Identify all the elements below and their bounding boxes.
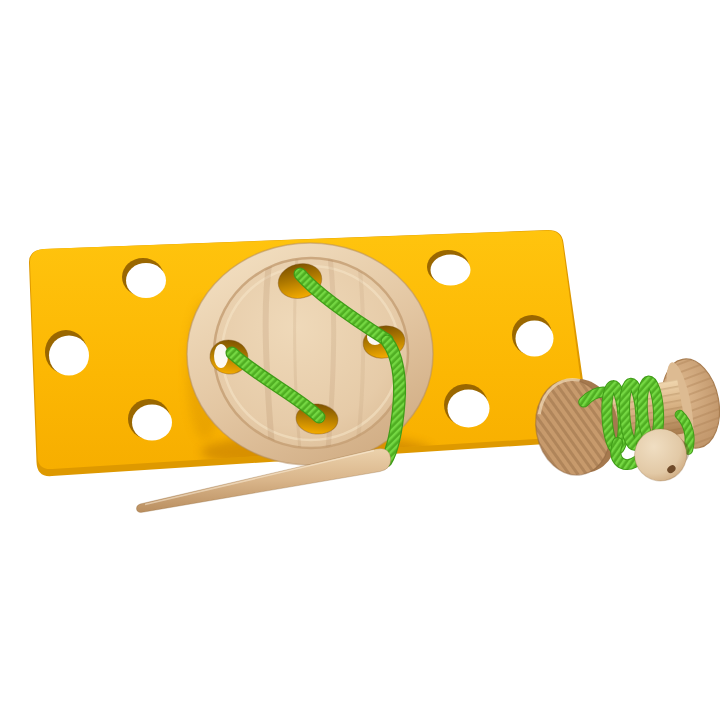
product-photo: Wooden lacing toy: yellow lacing board w… [0,0,720,720]
scene-svg: Wooden lacing toy: yellow lacing board w… [0,0,720,720]
